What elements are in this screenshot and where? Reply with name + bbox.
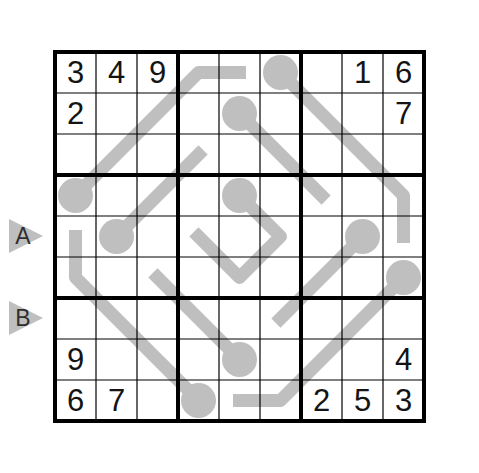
cell-r9c7[interactable]: 2 [301, 380, 342, 421]
cell-r6c2[interactable] [96, 257, 137, 298]
cell-r2c6[interactable] [260, 93, 301, 134]
cell-r4c1[interactable] [55, 175, 96, 216]
cell-r4c4[interactable] [178, 175, 219, 216]
cell-r5c1[interactable] [55, 216, 96, 257]
cell-r7c5[interactable] [219, 298, 260, 339]
cell-r3c4[interactable] [178, 134, 219, 175]
cell-r5c6[interactable] [260, 216, 301, 257]
cell-r4c7[interactable] [301, 175, 342, 216]
cell-r6c1[interactable] [55, 257, 96, 298]
cell-r9c5[interactable] [219, 380, 260, 421]
cell-r8c9[interactable]: 4 [383, 339, 424, 380]
cell-r6c8[interactable] [342, 257, 383, 298]
cell-r9c2[interactable]: 7 [96, 380, 137, 421]
cell-r4c5[interactable] [219, 175, 260, 216]
row-marker-b-label: B [12, 301, 34, 336]
cell-r7c3[interactable] [137, 298, 178, 339]
thermo-sudoku-page: 34916279467253 A B [0, 0, 479, 473]
row-marker-a-label: A [12, 219, 34, 254]
cell-r7c4[interactable] [178, 298, 219, 339]
cell-r1c8[interactable]: 1 [342, 52, 383, 93]
cell-r2c2[interactable] [96, 93, 137, 134]
sudoku-grid: 34916279467253 [55, 52, 424, 421]
cell-r8c6[interactable] [260, 339, 301, 380]
cell-r9c6[interactable] [260, 380, 301, 421]
cell-r9c8[interactable]: 5 [342, 380, 383, 421]
cell-r4c6[interactable] [260, 175, 301, 216]
cell-r1c2[interactable]: 4 [96, 52, 137, 93]
cell-r2c4[interactable] [178, 93, 219, 134]
cell-r9c3[interactable] [137, 380, 178, 421]
cell-r8c3[interactable] [137, 339, 178, 380]
cell-r8c4[interactable] [178, 339, 219, 380]
cell-r3c3[interactable] [137, 134, 178, 175]
cell-r5c8[interactable] [342, 216, 383, 257]
cell-r4c2[interactable] [96, 175, 137, 216]
cell-r1c1[interactable]: 3 [55, 52, 96, 93]
cell-r2c8[interactable] [342, 93, 383, 134]
cell-r7c9[interactable] [383, 298, 424, 339]
cell-r2c1[interactable]: 2 [55, 93, 96, 134]
row-marker-a: A [9, 219, 43, 254]
row-marker-b: B [9, 301, 43, 336]
cell-r7c2[interactable] [96, 298, 137, 339]
cell-r5c2[interactable] [96, 216, 137, 257]
cell-r9c1[interactable]: 6 [55, 380, 96, 421]
cell-r6c3[interactable] [137, 257, 178, 298]
cell-r6c7[interactable] [301, 257, 342, 298]
cell-r8c2[interactable] [96, 339, 137, 380]
cell-r3c1[interactable] [55, 134, 96, 175]
cell-r7c6[interactable] [260, 298, 301, 339]
cell-r4c3[interactable] [137, 175, 178, 216]
cell-r1c6[interactable] [260, 52, 301, 93]
cell-r8c1[interactable]: 9 [55, 339, 96, 380]
cell-r3c2[interactable] [96, 134, 137, 175]
cell-r1c4[interactable] [178, 52, 219, 93]
cell-r5c9[interactable] [383, 216, 424, 257]
cell-r1c9[interactable]: 6 [383, 52, 424, 93]
cell-r3c6[interactable] [260, 134, 301, 175]
cell-r2c7[interactable] [301, 93, 342, 134]
cell-r7c7[interactable] [301, 298, 342, 339]
cell-r1c7[interactable] [301, 52, 342, 93]
cell-r6c4[interactable] [178, 257, 219, 298]
cell-r8c7[interactable] [301, 339, 342, 380]
cell-r5c3[interactable] [137, 216, 178, 257]
cell-r8c5[interactable] [219, 339, 260, 380]
cell-r4c8[interactable] [342, 175, 383, 216]
cell-r5c7[interactable] [301, 216, 342, 257]
cell-r3c9[interactable] [383, 134, 424, 175]
cell-r4c9[interactable] [383, 175, 424, 216]
cell-r6c6[interactable] [260, 257, 301, 298]
cell-r9c9[interactable]: 3 [383, 380, 424, 421]
cell-r3c7[interactable] [301, 134, 342, 175]
cell-r3c5[interactable] [219, 134, 260, 175]
cell-r1c5[interactable] [219, 52, 260, 93]
cell-r7c1[interactable] [55, 298, 96, 339]
cell-r5c5[interactable] [219, 216, 260, 257]
cell-r5c4[interactable] [178, 216, 219, 257]
cell-r7c8[interactable] [342, 298, 383, 339]
cell-r2c3[interactable] [137, 93, 178, 134]
cell-r6c5[interactable] [219, 257, 260, 298]
cell-r1c3[interactable]: 9 [137, 52, 178, 93]
cell-r2c9[interactable]: 7 [383, 93, 424, 134]
cell-r3c8[interactable] [342, 134, 383, 175]
cell-r2c5[interactable] [219, 93, 260, 134]
cell-r6c9[interactable] [383, 257, 424, 298]
cell-r8c8[interactable] [342, 339, 383, 380]
cell-r9c4[interactable] [178, 380, 219, 421]
